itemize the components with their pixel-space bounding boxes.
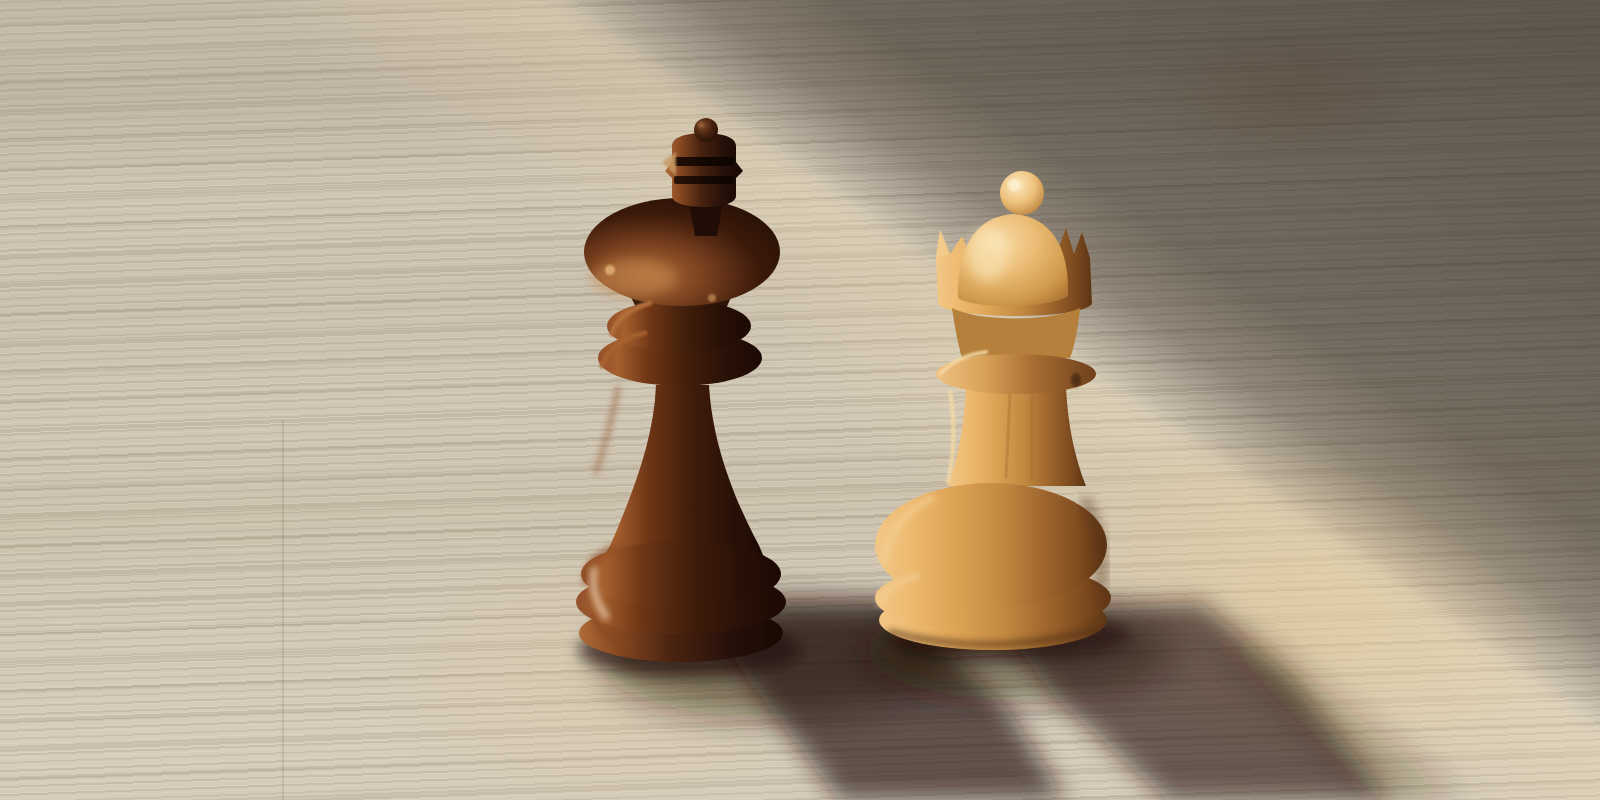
chess-pieces-photo: ♚ ♕ bbox=[0, 0, 1600, 800]
white-queen-piece bbox=[860, 158, 1120, 668]
king-silhouette bbox=[576, 118, 786, 662]
black-king-piece bbox=[560, 100, 800, 685]
cast-shadows bbox=[0, 0, 1600, 800]
queen-silhouette bbox=[875, 171, 1111, 650]
